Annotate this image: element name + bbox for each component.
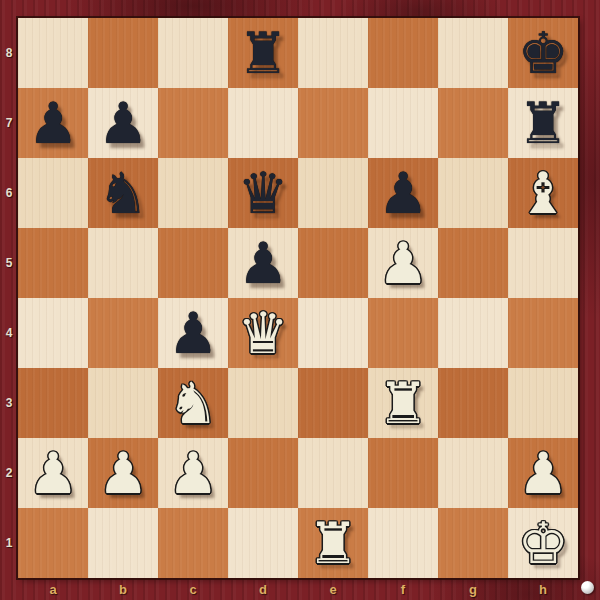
piece-white-queen[interactable]: ♛ [228, 298, 298, 368]
square-h8[interactable]: ♚ [508, 18, 578, 88]
piece-white-pawn[interactable]: ♟ [158, 438, 228, 508]
square-g7[interactable] [438, 88, 508, 158]
square-c6[interactable] [158, 158, 228, 228]
piece-white-pawn[interactable]: ♟ [368, 228, 438, 298]
square-a8[interactable] [18, 18, 88, 88]
square-g6[interactable] [438, 158, 508, 228]
piece-black-queen[interactable]: ♛ [228, 158, 298, 228]
piece-white-rook[interactable]: ♜ [298, 508, 368, 578]
square-d2[interactable] [228, 438, 298, 508]
piece-white-pawn[interactable]: ♟ [18, 438, 88, 508]
square-a5[interactable] [18, 228, 88, 298]
file-label-c: c [158, 578, 228, 600]
square-e8[interactable] [298, 18, 368, 88]
piece-white-king[interactable]: ♚ [508, 508, 578, 578]
file-label-h: h [508, 578, 578, 600]
square-e7[interactable] [298, 88, 368, 158]
square-f8[interactable] [368, 18, 438, 88]
square-h3[interactable] [508, 368, 578, 438]
chess-board-frame: ♜♚♟♟♜♞♛♟♝♟♟♟♛♞♜♟♟♟♟♜♚ 87654321 abcdefgh [0, 0, 600, 600]
square-b2[interactable]: ♟ [88, 438, 158, 508]
square-b6[interactable]: ♞ [88, 158, 158, 228]
piece-black-pawn[interactable]: ♟ [158, 298, 228, 368]
file-label-d: d [228, 578, 298, 600]
piece-black-rook[interactable]: ♜ [508, 88, 578, 158]
square-d3[interactable] [228, 368, 298, 438]
piece-white-pawn[interactable]: ♟ [88, 438, 158, 508]
file-label-e: e [298, 578, 368, 600]
square-d7[interactable] [228, 88, 298, 158]
square-g5[interactable] [438, 228, 508, 298]
square-e5[interactable] [298, 228, 368, 298]
piece-black-pawn[interactable]: ♟ [228, 228, 298, 298]
rank-label-1: 1 [0, 508, 18, 578]
square-b1[interactable] [88, 508, 158, 578]
piece-white-rook[interactable]: ♜ [368, 368, 438, 438]
square-d8[interactable]: ♜ [228, 18, 298, 88]
square-f5[interactable]: ♟ [368, 228, 438, 298]
piece-white-knight[interactable]: ♞ [158, 368, 228, 438]
square-e1[interactable]: ♜ [298, 508, 368, 578]
square-b5[interactable] [88, 228, 158, 298]
square-g8[interactable] [438, 18, 508, 88]
square-h6[interactable]: ♝ [508, 158, 578, 228]
square-c3[interactable]: ♞ [158, 368, 228, 438]
square-c7[interactable] [158, 88, 228, 158]
piece-white-pawn[interactable]: ♟ [508, 438, 578, 508]
piece-black-pawn[interactable]: ♟ [18, 88, 88, 158]
piece-black-knight[interactable]: ♞ [88, 158, 158, 228]
square-g3[interactable] [438, 368, 508, 438]
square-a7[interactable]: ♟ [18, 88, 88, 158]
square-g1[interactable] [438, 508, 508, 578]
square-f7[interactable] [368, 88, 438, 158]
rank-label-3: 3 [0, 368, 18, 438]
square-e3[interactable] [298, 368, 368, 438]
piece-black-pawn[interactable]: ♟ [368, 158, 438, 228]
file-label-a: a [18, 578, 88, 600]
rank-label-2: 2 [0, 438, 18, 508]
square-f6[interactable]: ♟ [368, 158, 438, 228]
square-f4[interactable] [368, 298, 438, 368]
square-a6[interactable] [18, 158, 88, 228]
square-a4[interactable] [18, 298, 88, 368]
piece-white-bishop[interactable]: ♝ [508, 158, 578, 228]
square-h2[interactable]: ♟ [508, 438, 578, 508]
square-c4[interactable]: ♟ [158, 298, 228, 368]
square-a2[interactable]: ♟ [18, 438, 88, 508]
square-h1[interactable]: ♚ [508, 508, 578, 578]
piece-black-king[interactable]: ♚ [508, 18, 578, 88]
square-d5[interactable]: ♟ [228, 228, 298, 298]
rank-label-6: 6 [0, 158, 18, 228]
square-a3[interactable] [18, 368, 88, 438]
square-b8[interactable] [88, 18, 158, 88]
piece-black-rook[interactable]: ♜ [228, 18, 298, 88]
square-d6[interactable]: ♛ [228, 158, 298, 228]
square-e4[interactable] [298, 298, 368, 368]
square-b3[interactable] [88, 368, 158, 438]
piece-black-pawn[interactable]: ♟ [88, 88, 158, 158]
rank-label-5: 5 [0, 228, 18, 298]
rank-label-4: 4 [0, 298, 18, 368]
square-f3[interactable]: ♜ [368, 368, 438, 438]
square-h7[interactable]: ♜ [508, 88, 578, 158]
square-b7[interactable]: ♟ [88, 88, 158, 158]
square-h4[interactable] [508, 298, 578, 368]
square-f1[interactable] [368, 508, 438, 578]
square-c1[interactable] [158, 508, 228, 578]
file-label-f: f [368, 578, 438, 600]
square-c2[interactable]: ♟ [158, 438, 228, 508]
white-to-move-indicator [581, 581, 594, 594]
square-g4[interactable] [438, 298, 508, 368]
square-b4[interactable] [88, 298, 158, 368]
square-e6[interactable] [298, 158, 368, 228]
square-c5[interactable] [158, 228, 228, 298]
rank-label-8: 8 [0, 18, 18, 88]
rank-label-7: 7 [0, 88, 18, 158]
square-g2[interactable] [438, 438, 508, 508]
square-d1[interactable] [228, 508, 298, 578]
square-e2[interactable] [298, 438, 368, 508]
file-label-b: b [88, 578, 158, 600]
square-d4[interactable]: ♛ [228, 298, 298, 368]
square-c8[interactable] [158, 18, 228, 88]
square-a1[interactable] [18, 508, 88, 578]
file-label-g: g [438, 578, 508, 600]
square-f2[interactable] [368, 438, 438, 508]
chess-board: ♜♚♟♟♜♞♛♟♝♟♟♟♛♞♜♟♟♟♟♜♚ [18, 18, 578, 578]
square-h5[interactable] [508, 228, 578, 298]
